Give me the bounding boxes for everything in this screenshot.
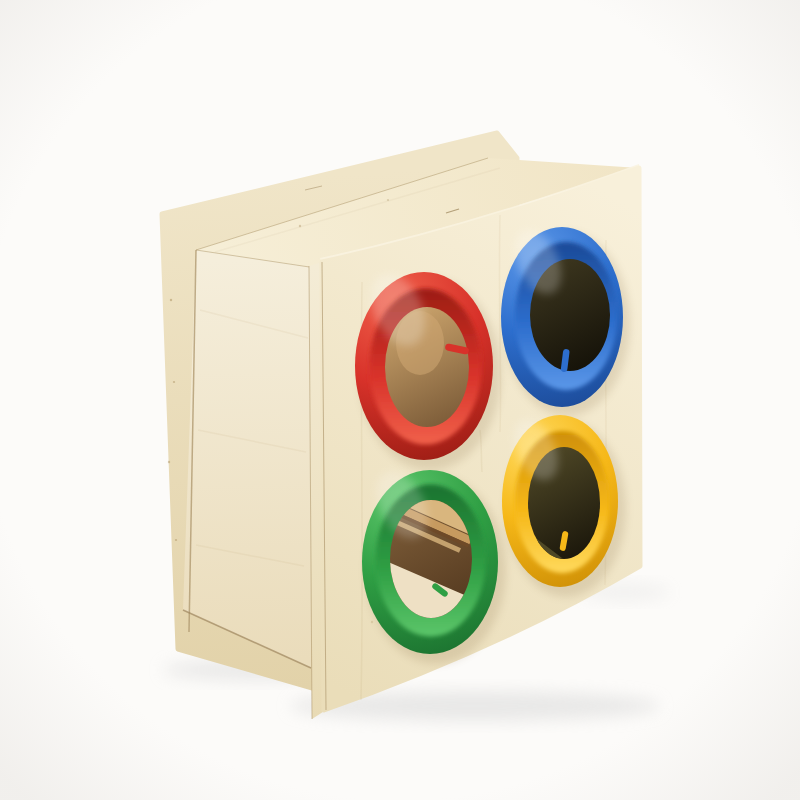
product-photo xyxy=(0,0,800,800)
box-side-panel xyxy=(183,250,316,668)
toy-box-scene xyxy=(0,0,800,800)
